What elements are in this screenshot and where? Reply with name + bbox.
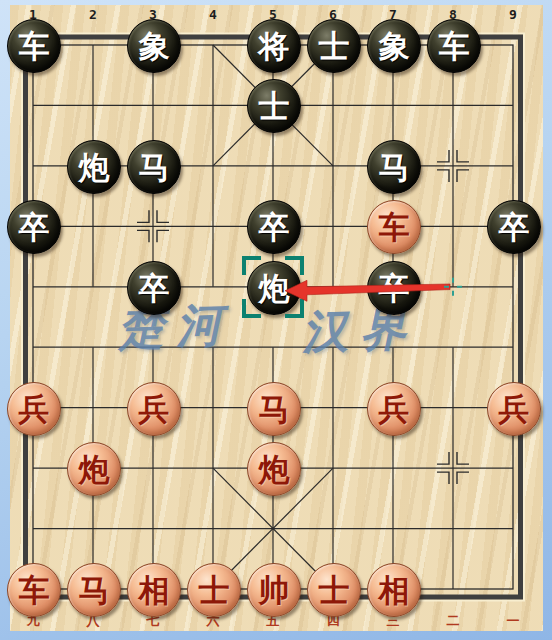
xiangqi-app-window: 楚河 汉界 123456789 九八七六五四三二一 车象将士象车士炮马马卒卒车卒… xyxy=(0,0,552,640)
piece-black-cannon[interactable]: 炮 xyxy=(247,261,301,315)
piece-red-soldier[interactable]: 兵 xyxy=(487,382,541,436)
piece-red-advisor[interactable]: 士 xyxy=(187,563,241,617)
piece-red-elephant[interactable]: 相 xyxy=(127,563,181,617)
piece-black-advisor[interactable]: 士 xyxy=(307,19,361,73)
piece-red-cannon[interactable]: 炮 xyxy=(67,442,121,496)
piece-red-general[interactable]: 帅 xyxy=(247,563,301,617)
file-label-bottom-8: 二 xyxy=(442,612,464,630)
piece-black-soldier[interactable]: 卒 xyxy=(487,200,541,254)
piece-black-horse[interactable]: 马 xyxy=(367,140,421,194)
piece-red-soldier[interactable]: 兵 xyxy=(7,382,61,436)
piece-red-advisor[interactable]: 士 xyxy=(307,563,361,617)
piece-black-cannon[interactable]: 炮 xyxy=(67,140,121,194)
piece-red-chariot[interactable]: 车 xyxy=(7,563,61,617)
piece-black-horse[interactable]: 马 xyxy=(127,140,181,194)
piece-black-chariot[interactable]: 车 xyxy=(427,19,481,73)
piece-black-elephant[interactable]: 象 xyxy=(367,19,421,73)
piece-red-elephant[interactable]: 相 xyxy=(367,563,421,617)
piece-red-soldier[interactable]: 兵 xyxy=(127,382,181,436)
piece-red-soldier[interactable]: 兵 xyxy=(367,382,421,436)
piece-red-horse[interactable]: 马 xyxy=(247,382,301,436)
piece-black-soldier[interactable]: 卒 xyxy=(247,200,301,254)
piece-black-soldier[interactable]: 卒 xyxy=(7,200,61,254)
file-label-top-4: 4 xyxy=(203,7,223,22)
piece-red-horse[interactable]: 马 xyxy=(67,563,121,617)
piece-black-soldier[interactable]: 卒 xyxy=(127,261,181,315)
piece-red-chariot[interactable]: 车 xyxy=(367,200,421,254)
piece-black-soldier[interactable]: 卒 xyxy=(367,261,421,315)
piece-black-general[interactable]: 将 xyxy=(247,19,301,73)
file-label-top-2: 2 xyxy=(83,7,103,22)
file-label-top-9: 9 xyxy=(503,7,523,22)
file-label-bottom-9: 一 xyxy=(502,612,524,630)
piece-red-cannon[interactable]: 炮 xyxy=(247,442,301,496)
piece-black-elephant[interactable]: 象 xyxy=(127,19,181,73)
piece-black-chariot[interactable]: 车 xyxy=(7,19,61,73)
